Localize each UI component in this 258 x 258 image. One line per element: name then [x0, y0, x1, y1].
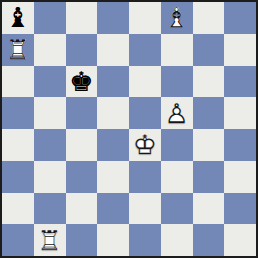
square-f3[interactable]: [161, 161, 193, 193]
square-e8[interactable]: [129, 2, 161, 34]
square-f1[interactable]: [161, 224, 193, 256]
square-g8[interactable]: [193, 2, 225, 34]
square-g2[interactable]: [193, 193, 225, 225]
square-h3[interactable]: [224, 161, 256, 193]
square-b7[interactable]: [34, 34, 66, 66]
square-a5[interactable]: [2, 97, 34, 129]
square-d3[interactable]: [97, 161, 129, 193]
square-a6[interactable]: [2, 66, 34, 98]
square-a1[interactable]: [2, 224, 34, 256]
square-e3[interactable]: [129, 161, 161, 193]
square-h7[interactable]: [224, 34, 256, 66]
square-g7[interactable]: [193, 34, 225, 66]
square-d5[interactable]: [97, 97, 129, 129]
white-king[interactable]: ♚♔: [131, 130, 159, 160]
white-rook-outline-icon: ♖: [36, 225, 64, 255]
square-g1[interactable]: [193, 224, 225, 256]
square-d1[interactable]: [97, 224, 129, 256]
square-h2[interactable]: [224, 193, 256, 225]
square-b2[interactable]: [34, 193, 66, 225]
square-e7[interactable]: [129, 34, 161, 66]
square-c4[interactable]: [66, 129, 98, 161]
square-f2[interactable]: [161, 193, 193, 225]
square-h8[interactable]: [224, 2, 256, 34]
square-a8[interactable]: ♝♝: [2, 2, 34, 34]
white-pawn-outline-icon: ♙: [163, 98, 191, 128]
square-a7[interactable]: ♜♖: [2, 34, 34, 66]
square-e2[interactable]: [129, 193, 161, 225]
square-e5[interactable]: [129, 97, 161, 129]
square-f7[interactable]: [161, 34, 193, 66]
square-f5[interactable]: ♟♙: [161, 97, 193, 129]
white-pawn[interactable]: ♟♙: [163, 98, 191, 128]
square-e4[interactable]: ♚♔: [129, 129, 161, 161]
square-a2[interactable]: [2, 193, 34, 225]
white-rook-outline-icon: ♖: [4, 35, 32, 65]
square-a4[interactable]: [2, 129, 34, 161]
square-d4[interactable]: [97, 129, 129, 161]
square-c2[interactable]: [66, 193, 98, 225]
square-d2[interactable]: [97, 193, 129, 225]
square-b4[interactable]: [34, 129, 66, 161]
square-h6[interactable]: [224, 66, 256, 98]
square-c6[interactable]: ♚♚: [66, 66, 98, 98]
square-d6[interactable]: [97, 66, 129, 98]
square-e1[interactable]: [129, 224, 161, 256]
square-f6[interactable]: [161, 66, 193, 98]
square-b8[interactable]: [34, 2, 66, 34]
white-bishop[interactable]: ♝♗: [163, 3, 191, 33]
square-f4[interactable]: [161, 129, 193, 161]
square-f8[interactable]: ♝♗: [161, 2, 193, 34]
square-b3[interactable]: [34, 161, 66, 193]
black-bishop-outline-icon: ♝: [4, 3, 32, 33]
square-c1[interactable]: [66, 224, 98, 256]
square-h1[interactable]: [224, 224, 256, 256]
black-bishop[interactable]: ♝♝: [4, 3, 32, 33]
black-king[interactable]: ♚♚: [67, 66, 95, 96]
chess-board: ♝♝♝♗♜♖♚♚♟♙♚♔♜♖: [0, 0, 258, 258]
square-c3[interactable]: [66, 161, 98, 193]
square-c8[interactable]: [66, 2, 98, 34]
white-bishop-outline-icon: ♗: [163, 3, 191, 33]
square-g6[interactable]: [193, 66, 225, 98]
square-g4[interactable]: [193, 129, 225, 161]
square-g3[interactable]: [193, 161, 225, 193]
white-rook[interactable]: ♜♖: [36, 225, 64, 255]
white-rook[interactable]: ♜♖: [4, 35, 32, 65]
square-e6[interactable]: [129, 66, 161, 98]
square-d7[interactable]: [97, 34, 129, 66]
square-d8[interactable]: [97, 2, 129, 34]
square-b5[interactable]: [34, 97, 66, 129]
square-a3[interactable]: [2, 161, 34, 193]
square-b6[interactable]: [34, 66, 66, 98]
square-b1[interactable]: ♜♖: [34, 224, 66, 256]
square-c7[interactable]: [66, 34, 98, 66]
chess-board-window: ♝♝♝♗♜♖♚♚♟♙♚♔♜♖: [0, 0, 258, 258]
white-king-outline-icon: ♔: [131, 130, 159, 160]
square-c5[interactable]: [66, 97, 98, 129]
square-h4[interactable]: [224, 129, 256, 161]
black-king-outline-icon: ♚: [67, 66, 95, 96]
square-h5[interactable]: [224, 97, 256, 129]
square-g5[interactable]: [193, 97, 225, 129]
